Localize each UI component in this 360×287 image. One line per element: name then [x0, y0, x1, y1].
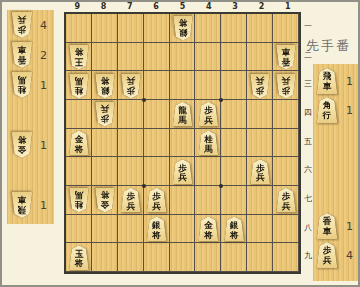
- hoshi-point: [219, 184, 223, 188]
- square-1一[interactable]: [273, 14, 299, 43]
- sente-hand-香車[interactable]: 香 車1: [313, 213, 358, 241]
- square-4六[interactable]: [195, 157, 221, 186]
- gote-hand-count-歩兵: 4: [40, 19, 53, 32]
- piece-sente[interactable]: 香 車: [316, 213, 338, 239]
- column-label-3: 3: [222, 2, 248, 12]
- square-2四[interactable]: [247, 100, 273, 129]
- piece-sente-6八[interactable]: 銀 将: [146, 217, 167, 242]
- square-8二[interactable]: [92, 43, 118, 72]
- piece-sente-3八[interactable]: 銀 将: [224, 217, 245, 242]
- piece-sente[interactable]: 歩 兵: [316, 242, 338, 268]
- square-5九[interactable]: [170, 243, 196, 272]
- square-1四[interactable]: [273, 100, 299, 129]
- piece-gote[interactable]: 桂 馬: [11, 72, 33, 98]
- square-6四[interactable]: [144, 100, 170, 129]
- square-2八[interactable]: [247, 215, 273, 244]
- square-3二[interactable]: [221, 43, 247, 72]
- square-5五[interactable]: [170, 129, 196, 158]
- sente-hand-歩兵[interactable]: 歩 兵4: [313, 242, 358, 270]
- square-7四[interactable]: [118, 100, 144, 129]
- column-label-6: 6: [143, 2, 169, 12]
- square-5八[interactable]: [170, 215, 196, 244]
- gote-hand-飛車[interactable]: 飛 車1: [7, 192, 54, 220]
- turn-indicator: 先手番: [306, 37, 360, 55]
- gote-hand-count-金将: 1: [40, 139, 53, 152]
- square-3六[interactable]: [221, 157, 247, 186]
- piece-sente-5四[interactable]: 龍 馬: [172, 102, 193, 127]
- square-6一[interactable]: [144, 14, 170, 43]
- sente-hand-count-角行: 1: [346, 104, 359, 117]
- square-2五[interactable]: [247, 129, 273, 158]
- piece-sente-2六[interactable]: 歩 兵: [250, 159, 271, 184]
- square-4七[interactable]: [195, 186, 221, 215]
- square-3三[interactable]: [221, 71, 247, 100]
- square-3九[interactable]: [221, 243, 247, 272]
- gote-hand-count-飛車: 1: [40, 199, 53, 212]
- piece-gote-9七[interactable]: 桂 馬: [68, 188, 89, 213]
- piece-gote-7三[interactable]: 歩 兵: [120, 73, 141, 98]
- square-6九[interactable]: [144, 243, 170, 272]
- square-5二[interactable]: [170, 43, 196, 72]
- square-4一[interactable]: [195, 14, 221, 43]
- piece-sente-9九[interactable]: 玉 将: [68, 245, 89, 270]
- piece-gote[interactable]: 金 将: [11, 132, 33, 158]
- sente-hand-count-飛車: 1: [346, 75, 359, 88]
- sente-hand-飛車[interactable]: 飛 車1: [313, 68, 358, 96]
- square-4三[interactable]: [195, 71, 221, 100]
- piece-gote-9二[interactable]: 王 将: [68, 45, 89, 70]
- column-label-7: 7: [117, 2, 143, 12]
- sente-hand-count-香車: 1: [346, 220, 359, 233]
- board-column-labels: 987654321: [64, 2, 301, 12]
- sente-hand-count-歩兵: 4: [346, 249, 359, 262]
- square-1五[interactable]: [273, 129, 299, 158]
- piece-sente-4四[interactable]: 歩 兵: [198, 102, 219, 127]
- shogi-board: 銀 将王 将香 車桂 馬銀 将歩 兵歩 兵歩 兵歩 兵龍 馬歩 兵金 将桂 馬歩…: [64, 12, 301, 274]
- sente-hand-tray: 飛 車1角 行1香 車1歩 兵4: [313, 64, 358, 281]
- square-8九[interactable]: [92, 243, 118, 272]
- square-7八[interactable]: [118, 215, 144, 244]
- hoshi-point: [142, 184, 146, 188]
- piece-sente-6七[interactable]: 歩 兵: [146, 188, 167, 213]
- sente-hand-角行[interactable]: 角 行1: [313, 97, 358, 125]
- shogi-app: 歩 兵4香 車2桂 馬1金 将1飛 車1 987654321 銀 将王 将香 車…: [0, 0, 360, 287]
- gote-hand-金将[interactable]: 金 将1: [7, 132, 54, 160]
- square-6六[interactable]: [144, 157, 170, 186]
- piece-sente-5六[interactable]: 歩 兵: [172, 159, 193, 184]
- piece-gote-8四[interactable]: 歩 兵: [94, 102, 115, 127]
- hoshi-point: [142, 98, 146, 102]
- square-1六[interactable]: [273, 157, 299, 186]
- piece-sente[interactable]: 角 行: [316, 97, 338, 123]
- hoshi-point: [219, 98, 223, 102]
- piece-gote-8七[interactable]: 金 将: [94, 188, 115, 213]
- gote-hand-歩兵[interactable]: 歩 兵4: [7, 12, 54, 40]
- piece-sente[interactable]: 飛 車: [316, 68, 338, 94]
- square-6五[interactable]: [144, 129, 170, 158]
- square-8六[interactable]: [92, 157, 118, 186]
- square-1八[interactable]: [273, 215, 299, 244]
- piece-sente-4五[interactable]: 桂 馬: [198, 131, 219, 156]
- gote-hand-count-桂馬: 1: [40, 79, 53, 92]
- square-8五[interactable]: [92, 129, 118, 158]
- piece-gote[interactable]: 飛 車: [11, 192, 33, 218]
- square-3七[interactable]: [221, 186, 247, 215]
- piece-sente-9五[interactable]: 金 将: [68, 131, 89, 156]
- piece-sente-4八[interactable]: 金 将: [198, 217, 219, 242]
- square-9一[interactable]: [66, 14, 92, 43]
- square-9六[interactable]: [66, 157, 92, 186]
- board-squares: [66, 14, 299, 272]
- square-3一[interactable]: [221, 14, 247, 43]
- column-label-9: 9: [64, 2, 90, 12]
- square-9四[interactable]: [66, 100, 92, 129]
- column-label-1: 1: [275, 2, 301, 12]
- piece-gote-8三[interactable]: 銀 将: [94, 73, 115, 98]
- piece-gote-9三[interactable]: 桂 馬: [68, 73, 89, 98]
- square-7二[interactable]: [118, 43, 144, 72]
- piece-gote[interactable]: 香 車: [11, 42, 33, 68]
- square-4二[interactable]: [195, 43, 221, 72]
- piece-gote-1三[interactable]: 歩 兵: [276, 73, 297, 98]
- square-8八[interactable]: [92, 215, 118, 244]
- piece-gote-2三[interactable]: 歩 兵: [250, 73, 271, 98]
- square-5三[interactable]: [170, 71, 196, 100]
- gote-hand-桂馬[interactable]: 桂 馬1: [7, 72, 54, 100]
- gote-hand-香車[interactable]: 香 車2: [7, 42, 54, 70]
- square-3五[interactable]: [221, 129, 247, 158]
- column-label-8: 8: [90, 2, 116, 12]
- piece-sente-7七[interactable]: 歩 兵: [120, 188, 141, 213]
- piece-gote[interactable]: 歩 兵: [11, 12, 33, 38]
- piece-sente-1七[interactable]: 歩 兵: [276, 188, 297, 213]
- square-7一[interactable]: [118, 14, 144, 43]
- column-label-5: 5: [169, 2, 195, 12]
- column-label-2: 2: [248, 2, 274, 12]
- square-7六[interactable]: [118, 157, 144, 186]
- square-6三[interactable]: [144, 71, 170, 100]
- square-1九[interactable]: [273, 243, 299, 272]
- square-4九[interactable]: [195, 243, 221, 272]
- square-7九[interactable]: [118, 243, 144, 272]
- square-8一[interactable]: [92, 14, 118, 43]
- piece-gote-5一[interactable]: 銀 将: [172, 16, 193, 41]
- square-3四[interactable]: [221, 100, 247, 129]
- square-9八[interactable]: [66, 215, 92, 244]
- square-5七[interactable]: [170, 186, 196, 215]
- square-6二[interactable]: [144, 43, 170, 72]
- gote-hand-tray: 歩 兵4香 車2桂 馬1金 将1飛 車1: [7, 10, 54, 224]
- square-7五[interactable]: [118, 129, 144, 158]
- column-label-4: 4: [196, 2, 222, 12]
- square-2七[interactable]: [247, 186, 273, 215]
- square-2九[interactable]: [247, 243, 273, 272]
- square-2二[interactable]: [247, 43, 273, 72]
- piece-gote-1二[interactable]: 香 車: [276, 45, 297, 70]
- square-2一[interactable]: [247, 14, 273, 43]
- gote-hand-count-香車: 2: [40, 49, 53, 62]
